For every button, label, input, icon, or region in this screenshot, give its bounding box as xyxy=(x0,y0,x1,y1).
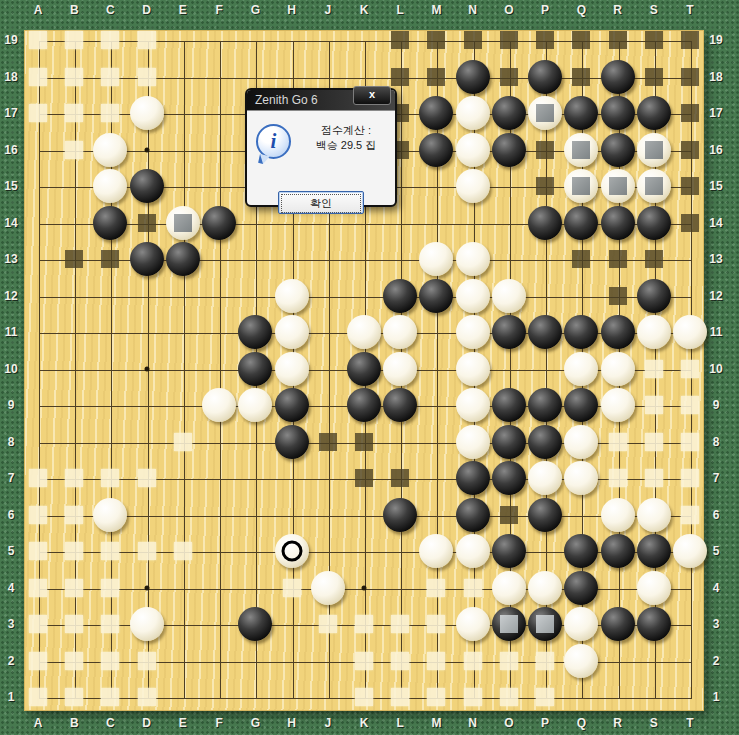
territory-mark-white xyxy=(464,579,482,597)
stone-black xyxy=(492,425,526,459)
row-label-left: 18 xyxy=(4,70,17,84)
territory-mark-white xyxy=(355,652,373,670)
stone-black xyxy=(130,242,164,276)
territory-mark-black xyxy=(427,31,445,49)
stone-black xyxy=(93,206,127,240)
info-icon-tail xyxy=(258,154,270,165)
territory-mark-black xyxy=(681,68,699,86)
row-label-left: 1 xyxy=(8,690,15,704)
territory-mark-black xyxy=(645,250,663,268)
row-label-left: 19 xyxy=(4,33,17,47)
stone-white xyxy=(564,644,598,678)
stone-black xyxy=(601,206,635,240)
territory-mark-white xyxy=(283,579,301,597)
stone-white xyxy=(93,133,127,167)
territory-mark-white xyxy=(101,68,119,86)
territory-mark-white xyxy=(391,652,409,670)
row-label-right: 13 xyxy=(709,252,722,266)
stone-black xyxy=(347,352,381,386)
stone-black xyxy=(564,206,598,240)
territory-mark-white xyxy=(101,688,119,706)
col-label-top: M xyxy=(431,3,441,17)
row-label-right: 12 xyxy=(709,289,722,303)
col-label-top: C xyxy=(106,3,115,17)
col-label-top: S xyxy=(650,3,658,17)
stone-black xyxy=(601,60,635,94)
territory-mark-black xyxy=(391,469,409,487)
col-label-bottom: T xyxy=(686,716,693,730)
stone-black xyxy=(637,607,671,641)
col-label-top: P xyxy=(541,3,549,17)
territory-mark-black xyxy=(609,287,627,305)
stone-white xyxy=(130,607,164,641)
row-label-right: 14 xyxy=(709,216,722,230)
row-label-left: 7 xyxy=(8,471,15,485)
row-label-left: 10 xyxy=(4,362,17,376)
territory-mark-black xyxy=(138,214,156,232)
dialog-body: i 점수계산 : 백승 29.5 집 확인 xyxy=(247,111,395,203)
territory-mark-black xyxy=(536,177,554,195)
stone-black xyxy=(492,315,526,349)
row-label-left: 16 xyxy=(4,143,17,157)
territory-mark-black xyxy=(101,250,119,268)
territory-mark-white xyxy=(681,469,699,487)
territory-mark-white xyxy=(65,104,83,122)
territory-mark-black xyxy=(645,68,663,86)
stone-white xyxy=(492,279,526,313)
stone-white xyxy=(383,352,417,386)
row-label-left: 12 xyxy=(4,289,17,303)
territory-mark-white xyxy=(65,506,83,524)
stone-black xyxy=(564,388,598,422)
row-label-right: 3 xyxy=(713,617,720,631)
territory-mark-white xyxy=(645,433,663,451)
row-label-left: 2 xyxy=(8,654,15,668)
col-label-top: T xyxy=(686,3,693,17)
stone-black xyxy=(601,607,635,641)
territory-mark-white xyxy=(101,652,119,670)
row-label-left: 17 xyxy=(4,106,17,120)
territory-mark-black xyxy=(609,250,627,268)
stone-white xyxy=(456,96,490,130)
col-label-bottom: L xyxy=(397,716,404,730)
col-label-top: J xyxy=(324,3,331,17)
territory-mark-white xyxy=(101,31,119,49)
stone-black xyxy=(601,315,635,349)
row-label-left: 3 xyxy=(8,617,15,631)
stone-black xyxy=(383,388,417,422)
territory-mark-white xyxy=(65,579,83,597)
row-label-left: 9 xyxy=(8,398,15,412)
territory-mark-white xyxy=(319,615,337,633)
stone-white xyxy=(673,534,707,568)
col-label-bottom: D xyxy=(142,716,151,730)
col-label-top: N xyxy=(468,3,477,17)
star-point xyxy=(144,366,149,371)
row-label-right: 15 xyxy=(709,179,722,193)
territory-mark-white xyxy=(681,360,699,378)
stone-black xyxy=(275,388,309,422)
dead-stone-marker xyxy=(536,104,554,122)
territory-mark-white xyxy=(65,615,83,633)
star-point xyxy=(361,585,366,590)
score-message-line2: 백승 29.5 집 xyxy=(302,138,390,153)
stone-black xyxy=(238,607,272,641)
row-label-right: 16 xyxy=(709,143,722,157)
row-label-left: 14 xyxy=(4,216,17,230)
stone-black xyxy=(528,425,562,459)
territory-mark-black xyxy=(65,250,83,268)
territory-mark-black xyxy=(681,31,699,49)
stone-black xyxy=(564,571,598,605)
stone-white xyxy=(93,169,127,203)
dead-stone-marker xyxy=(609,177,627,195)
dead-stone-marker xyxy=(645,177,663,195)
row-label-left: 13 xyxy=(4,252,17,266)
stone-black xyxy=(275,425,309,459)
territory-mark-black xyxy=(681,214,699,232)
stone-black xyxy=(492,133,526,167)
stone-white xyxy=(419,534,453,568)
zenith-go-window: Zenith Go 6 x i 점수계산 : 백승 29.5 집 확인 AABB… xyxy=(0,0,739,735)
territory-mark-white xyxy=(174,433,192,451)
dead-stone-marker xyxy=(645,141,663,159)
territory-mark-white xyxy=(29,615,47,633)
col-label-bottom: R xyxy=(613,716,622,730)
score-message-line1: 점수계산 : xyxy=(302,123,390,138)
territory-mark-white xyxy=(65,688,83,706)
row-label-right: 5 xyxy=(713,544,720,558)
col-label-top: R xyxy=(613,3,622,17)
territory-mark-black xyxy=(464,31,482,49)
stone-white xyxy=(383,315,417,349)
col-label-bottom: J xyxy=(324,716,331,730)
col-label-top: F xyxy=(215,3,222,17)
territory-mark-black xyxy=(681,141,699,159)
dead-stone-marker xyxy=(536,615,554,633)
dead-stone-marker xyxy=(174,214,192,232)
stone-black xyxy=(456,461,490,495)
territory-mark-white xyxy=(427,579,445,597)
star-point xyxy=(144,585,149,590)
territory-mark-white xyxy=(609,469,627,487)
col-label-top: E xyxy=(179,3,187,17)
territory-mark-white xyxy=(101,542,119,560)
territory-mark-white xyxy=(391,615,409,633)
territory-mark-white xyxy=(29,688,47,706)
territory-mark-white xyxy=(355,615,373,633)
stone-black xyxy=(637,279,671,313)
stone-black xyxy=(202,206,236,240)
row-label-left: 6 xyxy=(8,508,15,522)
stone-white xyxy=(456,279,490,313)
stone-black xyxy=(456,60,490,94)
last-move-marker xyxy=(281,541,302,562)
territory-mark-white xyxy=(138,688,156,706)
stone-black xyxy=(601,534,635,568)
stone-black xyxy=(637,96,671,130)
stone-white xyxy=(275,352,309,386)
territory-mark-black xyxy=(500,68,518,86)
territory-mark-black xyxy=(645,31,663,49)
stone-white xyxy=(275,315,309,349)
stone-white xyxy=(564,425,598,459)
stone-black xyxy=(238,315,272,349)
territory-mark-white xyxy=(65,652,83,670)
territory-mark-white xyxy=(29,469,47,487)
territory-mark-black xyxy=(427,68,445,86)
col-label-bottom: A xyxy=(34,716,43,730)
stone-white xyxy=(456,242,490,276)
stone-white xyxy=(275,279,309,313)
col-label-top: L xyxy=(397,3,404,17)
territory-mark-white xyxy=(174,542,192,560)
stone-white xyxy=(637,571,671,605)
grid-line-horizontal xyxy=(39,516,692,517)
row-label-left: 5 xyxy=(8,544,15,558)
score-message: 점수계산 : 백승 29.5 집 xyxy=(302,123,390,153)
stone-white xyxy=(130,96,164,130)
ok-button-label: 확인 xyxy=(281,194,361,213)
territory-mark-white xyxy=(536,688,554,706)
territory-mark-black xyxy=(681,177,699,195)
territory-mark-white xyxy=(138,31,156,49)
territory-mark-black xyxy=(500,31,518,49)
territory-mark-white xyxy=(500,652,518,670)
stone-white xyxy=(601,388,635,422)
territory-mark-white xyxy=(29,104,47,122)
stone-white xyxy=(564,607,598,641)
score-dialog: Zenith Go 6 x i 점수계산 : 백승 29.5 집 확인 xyxy=(245,88,397,207)
dialog-title-bar[interactable]: Zenith Go 6 x xyxy=(247,90,395,111)
territory-mark-white xyxy=(29,579,47,597)
stone-black xyxy=(564,315,598,349)
close-icon[interactable]: x xyxy=(353,86,391,105)
territory-mark-white xyxy=(391,688,409,706)
col-label-bottom: B xyxy=(70,716,79,730)
territory-mark-white xyxy=(681,396,699,414)
stone-white xyxy=(202,388,236,422)
col-label-top: G xyxy=(251,3,260,17)
stone-white xyxy=(311,571,345,605)
stone-white xyxy=(456,315,490,349)
territory-mark-white xyxy=(29,506,47,524)
territory-mark-white xyxy=(65,31,83,49)
col-label-bottom: C xyxy=(106,716,115,730)
col-label-bottom: F xyxy=(215,716,222,730)
stone-black xyxy=(528,315,562,349)
col-label-bottom: E xyxy=(179,716,187,730)
stone-white xyxy=(456,352,490,386)
row-label-right: 1 xyxy=(713,690,720,704)
territory-mark-black xyxy=(391,68,409,86)
stone-black xyxy=(492,388,526,422)
stone-black xyxy=(238,352,272,386)
stone-white xyxy=(601,352,635,386)
stone-white xyxy=(93,498,127,532)
col-label-top: O xyxy=(504,3,513,17)
col-label-bottom: K xyxy=(360,716,369,730)
territory-mark-white xyxy=(427,652,445,670)
row-label-right: 6 xyxy=(713,508,720,522)
territory-mark-black xyxy=(319,433,337,451)
stone-white xyxy=(456,607,490,641)
territory-mark-white xyxy=(29,31,47,49)
dead-stone-marker xyxy=(572,177,590,195)
territory-mark-white xyxy=(681,433,699,451)
territory-mark-white xyxy=(536,652,554,670)
territory-mark-black xyxy=(681,104,699,122)
territory-mark-black xyxy=(536,31,554,49)
col-label-bottom: M xyxy=(431,716,441,730)
row-label-left: 11 xyxy=(5,325,18,339)
stone-white xyxy=(564,461,598,495)
territory-mark-white xyxy=(138,542,156,560)
col-label-bottom: H xyxy=(287,716,296,730)
col-label-bottom: N xyxy=(468,716,477,730)
stone-black xyxy=(637,534,671,568)
territory-mark-white xyxy=(65,469,83,487)
territory-mark-white xyxy=(645,396,663,414)
territory-mark-white xyxy=(609,433,627,451)
row-label-right: 18 xyxy=(709,70,722,84)
stone-black xyxy=(492,534,526,568)
ok-button[interactable]: 확인 xyxy=(278,191,364,214)
territory-mark-white xyxy=(681,506,699,524)
stone-black xyxy=(601,96,635,130)
col-label-top: A xyxy=(34,3,43,17)
stone-white xyxy=(637,315,671,349)
territory-mark-black xyxy=(391,31,409,49)
territory-mark-white xyxy=(138,68,156,86)
stone-black xyxy=(166,242,200,276)
territory-mark-white xyxy=(101,615,119,633)
territory-mark-white xyxy=(138,652,156,670)
stone-black xyxy=(492,461,526,495)
star-point xyxy=(144,147,149,152)
territory-mark-black xyxy=(355,433,373,451)
stone-black xyxy=(528,498,562,532)
col-label-top: K xyxy=(360,3,369,17)
territory-mark-black xyxy=(572,31,590,49)
col-label-top: Q xyxy=(577,3,586,17)
territory-mark-white xyxy=(138,469,156,487)
row-label-right: 9 xyxy=(713,398,720,412)
territory-mark-white xyxy=(355,688,373,706)
row-label-left: 4 xyxy=(8,581,15,595)
territory-mark-black xyxy=(609,31,627,49)
stone-white xyxy=(238,388,272,422)
stone-white xyxy=(347,315,381,349)
row-label-right: 7 xyxy=(713,471,720,485)
stone-black xyxy=(564,534,598,568)
stone-black xyxy=(419,279,453,313)
stone-black xyxy=(528,388,562,422)
territory-mark-white xyxy=(645,360,663,378)
col-label-top: B xyxy=(70,3,79,17)
stone-black xyxy=(419,96,453,130)
row-label-right: 10 xyxy=(709,362,722,376)
dead-stone-marker xyxy=(572,141,590,159)
territory-mark-black xyxy=(355,469,373,487)
stone-black xyxy=(383,279,417,313)
dead-stone-marker xyxy=(500,615,518,633)
stone-black xyxy=(637,206,671,240)
territory-mark-white xyxy=(101,469,119,487)
territory-mark-white xyxy=(29,652,47,670)
territory-mark-white xyxy=(65,542,83,560)
col-label-bottom: Q xyxy=(577,716,586,730)
territory-mark-white xyxy=(427,688,445,706)
stone-black xyxy=(492,96,526,130)
stone-black xyxy=(456,498,490,532)
stone-white xyxy=(673,315,707,349)
stone-black xyxy=(130,169,164,203)
territory-mark-white xyxy=(500,688,518,706)
territory-mark-white xyxy=(65,141,83,159)
stone-white xyxy=(456,133,490,167)
stone-black xyxy=(528,206,562,240)
stone-black xyxy=(601,133,635,167)
stone-black xyxy=(419,133,453,167)
stone-white xyxy=(456,425,490,459)
row-label-right: 17 xyxy=(709,106,722,120)
territory-mark-black xyxy=(572,250,590,268)
col-label-bottom: O xyxy=(504,716,513,730)
territory-mark-black xyxy=(536,141,554,159)
stone-white xyxy=(601,498,635,532)
col-label-top: H xyxy=(287,3,296,17)
territory-mark-white xyxy=(101,104,119,122)
col-label-bottom: G xyxy=(251,716,260,730)
territory-mark-white xyxy=(65,68,83,86)
row-label-right: 8 xyxy=(713,435,720,449)
territory-mark-white xyxy=(29,68,47,86)
row-label-left: 8 xyxy=(8,435,15,449)
territory-mark-white xyxy=(464,688,482,706)
territory-mark-white xyxy=(29,542,47,560)
stone-black xyxy=(564,96,598,130)
stone-white xyxy=(456,388,490,422)
stone-black xyxy=(347,388,381,422)
territory-mark-black xyxy=(572,68,590,86)
territory-mark-white xyxy=(464,652,482,670)
stone-black xyxy=(528,60,562,94)
stone-white xyxy=(456,534,490,568)
row-label-right: 4 xyxy=(713,581,720,595)
stone-white xyxy=(528,571,562,605)
territory-mark-white xyxy=(427,615,445,633)
row-label-right: 19 xyxy=(709,33,722,47)
stone-white xyxy=(419,242,453,276)
territory-mark-white xyxy=(101,579,119,597)
territory-mark-white xyxy=(645,469,663,487)
stone-white xyxy=(456,169,490,203)
territory-mark-black xyxy=(500,506,518,524)
stone-black xyxy=(383,498,417,532)
stone-white xyxy=(564,352,598,386)
col-label-bottom: P xyxy=(541,716,549,730)
dialog-title: Zenith Go 6 xyxy=(255,93,318,107)
stone-white xyxy=(492,571,526,605)
row-label-left: 15 xyxy=(4,179,17,193)
col-label-top: D xyxy=(142,3,151,17)
stone-white xyxy=(637,498,671,532)
row-label-right: 11 xyxy=(710,325,723,339)
col-label-bottom: S xyxy=(650,716,658,730)
stone-white xyxy=(528,461,562,495)
row-label-right: 2 xyxy=(713,654,720,668)
